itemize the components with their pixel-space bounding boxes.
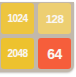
game-2048-screenshot: 1024 128 2048 64 bbox=[0, 0, 76, 77]
tile-64: 64 bbox=[38, 38, 71, 69]
tile-128: 128 bbox=[38, 3, 71, 34]
tile-1024: 1024 bbox=[1, 3, 34, 34]
tile-2048: 2048 bbox=[1, 38, 34, 69]
